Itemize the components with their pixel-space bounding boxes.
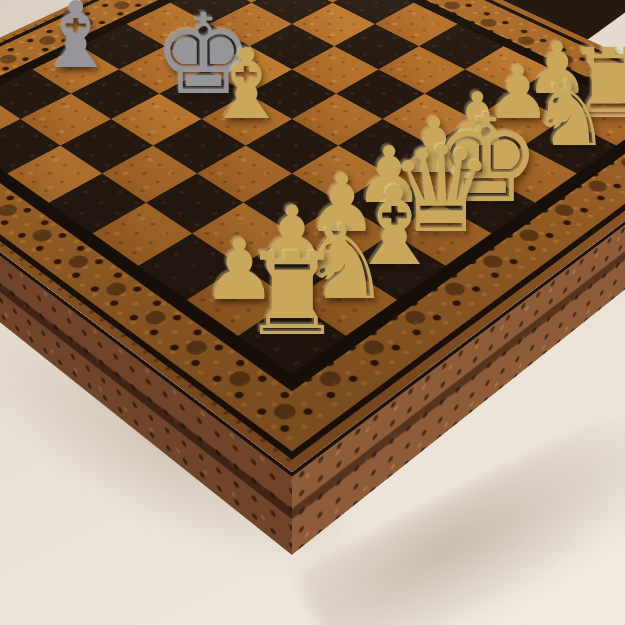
piece-black-bishop-c8[interactable]: ♝ bbox=[34, 0, 116, 82]
piece-white-rook-a1[interactable]: ♜ bbox=[241, 238, 343, 352]
piece-white-bishop-d5[interactable]: ♝ bbox=[203, 36, 290, 133]
piece-white-knight-g1[interactable]: ♞ bbox=[530, 68, 611, 158]
square-b6[interactable] bbox=[60, 119, 153, 173]
square-a6[interactable] bbox=[7, 146, 102, 203]
square-a7[interactable] bbox=[0, 119, 60, 173]
square-a5[interactable] bbox=[49, 173, 146, 233]
square-b5[interactable] bbox=[102, 146, 197, 203]
square-a4[interactable] bbox=[92, 203, 192, 266]
